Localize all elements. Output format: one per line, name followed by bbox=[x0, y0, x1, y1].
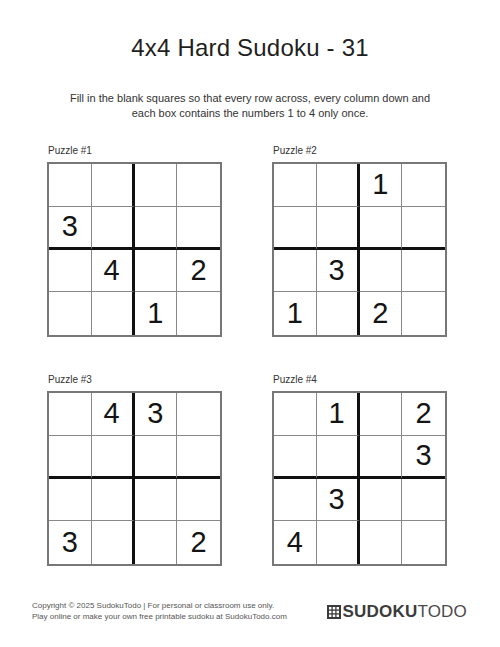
sudoku-cell-given: 4 bbox=[92, 393, 135, 436]
sudoku-cell-empty bbox=[402, 250, 445, 293]
sudoku-cell-empty bbox=[92, 207, 135, 250]
sudoku-cell-given: 3 bbox=[317, 250, 360, 293]
sudoku-cell-empty bbox=[177, 436, 220, 479]
sudoku-cell-empty bbox=[317, 436, 360, 479]
printable-sudoku-page: 4x4 Hard Sudoku - 31 Fill in the blank s… bbox=[0, 0, 500, 647]
sudoku-cell-given: 1 bbox=[135, 292, 178, 335]
sudoku-cell-empty bbox=[49, 479, 92, 522]
logo-text: SUDOKUTODO bbox=[343, 602, 467, 622]
sudoku-cell-given: 1 bbox=[317, 393, 360, 436]
sudoku-cell-given: 2 bbox=[360, 292, 403, 335]
sudoku-cell-empty bbox=[177, 164, 220, 207]
puzzle-1: Puzzle #1 3421 bbox=[47, 145, 222, 337]
logo-text-sudoku: SUDOKU bbox=[343, 602, 418, 621]
sudoku-cell-empty bbox=[402, 164, 445, 207]
sudoku-cell-empty bbox=[135, 436, 178, 479]
sudoku-cell-empty bbox=[92, 521, 135, 564]
sudoku-cell-given: 2 bbox=[177, 521, 220, 564]
sudoku-cell-given: 3 bbox=[49, 207, 92, 250]
puzzle-1-label: Puzzle #1 bbox=[48, 145, 222, 156]
page-footer: Copyright © 2025 SudokuTodo | For person… bbox=[32, 600, 467, 622]
copyright-line-2: Play online or make your own free printa… bbox=[32, 611, 287, 622]
instructions-line-1: Fill in the blank squares so that every … bbox=[0, 91, 500, 106]
puzzle-3-grid: 4332 bbox=[47, 391, 222, 566]
sudoku-cell-empty bbox=[92, 292, 135, 335]
sudoku-cell-empty bbox=[317, 521, 360, 564]
instructions-line-2: each box contains the numbers 1 to 4 onl… bbox=[0, 106, 500, 121]
sudoku-cell-given: 4 bbox=[92, 250, 135, 293]
puzzle-4-label: Puzzle #4 bbox=[273, 374, 447, 385]
sudoku-cell-empty bbox=[49, 164, 92, 207]
sudoku-cell-empty bbox=[135, 207, 178, 250]
sudoku-cell-empty bbox=[317, 292, 360, 335]
sudoku-cell-empty bbox=[92, 479, 135, 522]
sudoku-cell-empty bbox=[360, 436, 403, 479]
sudoku-cell-empty bbox=[92, 164, 135, 207]
sudoku-cell-empty bbox=[360, 393, 403, 436]
sudoku-cell-empty bbox=[49, 292, 92, 335]
sudoku-cell-empty bbox=[360, 521, 403, 564]
sudoku-cell-given: 3 bbox=[135, 393, 178, 436]
sudoku-cell-empty bbox=[135, 521, 178, 564]
puzzle-2-label: Puzzle #2 bbox=[273, 145, 447, 156]
sudoku-cell-empty bbox=[177, 292, 220, 335]
sudoku-cell-empty bbox=[177, 207, 220, 250]
puzzle-3: Puzzle #3 4332 bbox=[47, 374, 222, 566]
sudoku-cell-given: 3 bbox=[49, 521, 92, 564]
sudoku-cell-empty bbox=[274, 479, 317, 522]
sudoku-cell-empty bbox=[274, 436, 317, 479]
sudoku-cell-empty bbox=[360, 250, 403, 293]
sudoku-cell-empty bbox=[177, 479, 220, 522]
sudoku-cell-empty bbox=[317, 164, 360, 207]
sudoku-cell-empty bbox=[135, 250, 178, 293]
sudoku-cell-empty bbox=[49, 250, 92, 293]
copyright-text: Copyright © 2025 SudokuTodo | For person… bbox=[32, 600, 287, 622]
sudoku-cell-empty bbox=[274, 250, 317, 293]
sudoku-cell-empty bbox=[135, 164, 178, 207]
sudoku-cell-empty bbox=[402, 292, 445, 335]
logo-text-todo: TODO bbox=[417, 602, 467, 621]
sudoku-cell-given: 4 bbox=[274, 521, 317, 564]
puzzle-2-grid: 1312 bbox=[272, 162, 447, 337]
sudoku-cell-empty bbox=[177, 393, 220, 436]
sudoku-cell-given: 2 bbox=[402, 393, 445, 436]
puzzle-4: Puzzle #4 12334 bbox=[272, 374, 447, 566]
sudoku-cell-empty bbox=[317, 207, 360, 250]
puzzle-2: Puzzle #2 1312 bbox=[272, 145, 447, 337]
grid-logo-icon bbox=[327, 605, 341, 619]
sudoku-cell-empty bbox=[274, 207, 317, 250]
instructions: Fill in the blank squares so that every … bbox=[0, 91, 500, 121]
puzzle-4-grid: 12334 bbox=[272, 391, 447, 566]
sudoku-cell-given: 2 bbox=[177, 250, 220, 293]
sudoku-cell-empty bbox=[360, 479, 403, 522]
puzzles-area: Puzzle #1 3421 Puzzle #2 1312 Puzzle #3 … bbox=[47, 145, 447, 566]
sudoku-cell-empty bbox=[402, 207, 445, 250]
sudoku-cell-empty bbox=[92, 436, 135, 479]
sudoku-cell-empty bbox=[402, 479, 445, 522]
sudoku-cell-empty bbox=[360, 207, 403, 250]
copyright-line-1: Copyright © 2025 SudokuTodo | For person… bbox=[32, 600, 287, 611]
puzzle-3-label: Puzzle #3 bbox=[48, 374, 222, 385]
puzzle-1-grid: 3421 bbox=[47, 162, 222, 337]
sudoku-cell-empty bbox=[135, 479, 178, 522]
page-title: 4x4 Hard Sudoku - 31 bbox=[0, 34, 500, 62]
sudoku-cell-empty bbox=[274, 393, 317, 436]
sudoku-cell-empty bbox=[49, 393, 92, 436]
sudoku-cell-given: 1 bbox=[360, 164, 403, 207]
sudoku-cell-given: 1 bbox=[274, 292, 317, 335]
sudoku-cell-given: 3 bbox=[402, 436, 445, 479]
sudoku-cell-given: 3 bbox=[317, 479, 360, 522]
sudoku-cell-empty bbox=[402, 521, 445, 564]
sudoku-cell-empty bbox=[274, 164, 317, 207]
sudokutodo-logo: SUDOKUTODO bbox=[327, 602, 467, 622]
sudoku-cell-empty bbox=[49, 436, 92, 479]
